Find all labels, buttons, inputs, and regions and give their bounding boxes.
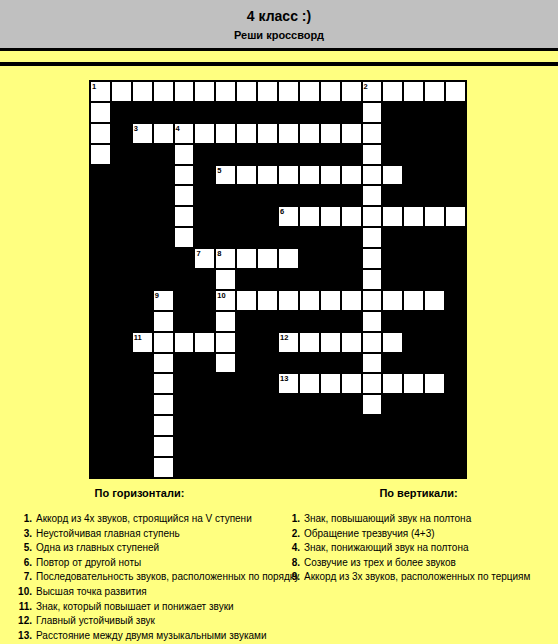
block-cell <box>111 227 132 248</box>
block-cell <box>278 436 299 457</box>
cell-number: 8 <box>217 249 221 258</box>
cell-r2c10[interactable] <box>299 123 320 144</box>
cell-number: 6 <box>280 207 284 216</box>
cell-r11c6[interactable] <box>215 311 236 332</box>
cell-r14c9[interactable]: 13 <box>278 373 299 394</box>
block-cell <box>320 269 341 290</box>
cell-r6c9[interactable]: 6 <box>278 206 299 227</box>
block-cell <box>299 436 320 457</box>
block-cell <box>174 290 195 311</box>
cell-r8c7[interactable] <box>236 248 257 269</box>
cell-r13c3[interactable] <box>153 353 174 374</box>
block-cell <box>382 248 403 269</box>
block-cell <box>320 185 341 206</box>
block-cell <box>153 144 174 165</box>
block-cell <box>111 102 132 123</box>
block-cell <box>403 332 424 353</box>
clue-number-label: 11. <box>11 600 32 615</box>
block-cell <box>111 311 132 332</box>
cell-r0c8[interactable] <box>257 81 278 102</box>
block-cell <box>111 394 132 415</box>
block-cell <box>194 436 215 457</box>
block-cell <box>299 269 320 290</box>
cell-r0c1[interactable] <box>111 81 132 102</box>
cell-r0c7[interactable] <box>236 81 257 102</box>
cell-r12c10[interactable] <box>299 332 320 353</box>
cell-r12c2[interactable]: 11 <box>132 332 153 353</box>
cell-r2c0[interactable] <box>90 123 111 144</box>
block-cell <box>132 165 153 186</box>
block-cell <box>341 457 362 478</box>
block-cell <box>111 206 132 227</box>
block-cell <box>341 415 362 436</box>
cell-number: 10 <box>217 291 225 300</box>
block-cell <box>215 206 236 227</box>
cell-r1c0[interactable] <box>90 102 111 123</box>
cell-r10c7[interactable] <box>236 290 257 311</box>
cell-r3c13[interactable] <box>362 144 383 165</box>
block-cell <box>445 269 466 290</box>
block-cell <box>153 227 174 248</box>
cell-r10c6[interactable]: 10 <box>215 290 236 311</box>
block-cell <box>194 394 215 415</box>
header: 4 класс :) Реши кроссворд <box>0 0 558 51</box>
cell-r14c11[interactable] <box>320 373 341 394</box>
cell-r2c4[interactable]: 4 <box>174 123 195 144</box>
cell-r2c11[interactable] <box>320 123 341 144</box>
block-cell <box>382 436 403 457</box>
cell-r16c3[interactable] <box>153 415 174 436</box>
clue-text: Высшая точка развития <box>32 586 147 597</box>
block-cell <box>90 436 111 457</box>
block-cell <box>194 373 215 394</box>
clue-number-label: 4. <box>286 541 300 556</box>
cell-r17c3[interactable] <box>153 436 174 457</box>
block-cell <box>320 457 341 478</box>
block-cell <box>236 102 257 123</box>
block-cell <box>132 185 153 206</box>
cell-r18c3[interactable] <box>153 457 174 478</box>
block-cell <box>445 311 466 332</box>
cell-r0c11[interactable] <box>320 81 341 102</box>
block-cell <box>90 227 111 248</box>
cell-r10c8[interactable] <box>257 290 278 311</box>
block-cell <box>215 394 236 415</box>
cell-r0c10[interactable] <box>299 81 320 102</box>
block-cell <box>257 373 278 394</box>
block-cell <box>153 185 174 206</box>
block-cell <box>90 185 111 206</box>
cell-r6c11[interactable] <box>320 206 341 227</box>
cell-r8c8[interactable] <box>257 248 278 269</box>
cell-r10c9[interactable] <box>278 290 299 311</box>
block-cell <box>215 457 236 478</box>
cell-r2c5[interactable] <box>194 123 215 144</box>
block-cell <box>403 353 424 374</box>
block-cell <box>132 206 153 227</box>
block-cell <box>257 353 278 374</box>
cell-r6c12[interactable] <box>341 206 362 227</box>
block-cell <box>215 102 236 123</box>
block-cell <box>299 457 320 478</box>
block-cell <box>299 102 320 123</box>
block-cell <box>445 248 466 269</box>
page-subtitle: Реши кроссворд <box>0 29 558 41</box>
block-cell <box>341 394 362 415</box>
cell-r0c16[interactable] <box>424 81 445 102</box>
block-cell <box>382 123 403 144</box>
block-cell <box>194 353 215 374</box>
clue-number-label: 13. <box>11 629 32 644</box>
cell-r4c9[interactable] <box>278 165 299 186</box>
cell-r7c4[interactable] <box>174 227 195 248</box>
cell-r10c14[interactable] <box>382 290 403 311</box>
cell-r5c13[interactable] <box>362 185 383 206</box>
block-cell <box>132 415 153 436</box>
cell-r12c12[interactable] <box>341 332 362 353</box>
cell-r11c3[interactable] <box>153 311 174 332</box>
block-cell <box>194 290 215 311</box>
block-cell <box>445 415 466 436</box>
cell-r4c13[interactable] <box>362 165 383 186</box>
cell-r6c16[interactable] <box>424 206 445 227</box>
block-cell <box>153 269 174 290</box>
cell-r0c12[interactable] <box>341 81 362 102</box>
block-cell <box>90 248 111 269</box>
clue-number-label: 10. <box>11 585 32 600</box>
block-cell <box>236 332 257 353</box>
cell-r0c15[interactable] <box>403 81 424 102</box>
cell-r0c14[interactable] <box>382 81 403 102</box>
cell-r14c10[interactable] <box>299 373 320 394</box>
clues-section: По горизонтали: 1.Аккорд из 4х звуков, с… <box>0 487 558 643</box>
cell-r2c3[interactable] <box>153 123 174 144</box>
clue-number-label: 3. <box>11 527 32 542</box>
block-cell <box>194 144 215 165</box>
block-cell <box>278 102 299 123</box>
block-cell <box>111 332 132 353</box>
cell-r10c13[interactable] <box>362 290 383 311</box>
cell-r8c9[interactable] <box>278 248 299 269</box>
cell-r14c12[interactable] <box>341 373 362 394</box>
cell-r4c12[interactable] <box>341 165 362 186</box>
block-cell <box>174 102 195 123</box>
cell-r10c12[interactable] <box>341 290 362 311</box>
block-cell <box>257 311 278 332</box>
block-cell <box>424 269 445 290</box>
block-cell <box>257 185 278 206</box>
page-title: 4 класс :) <box>0 0 558 24</box>
block-cell <box>403 144 424 165</box>
block-cell <box>299 415 320 436</box>
block-cell <box>382 457 403 478</box>
block-cell <box>299 185 320 206</box>
cell-r2c9[interactable] <box>278 123 299 144</box>
cell-r0c4[interactable] <box>174 81 195 102</box>
clue-down-4: 4.Знак, понижающий звук на полтона <box>279 541 558 556</box>
block-cell <box>194 165 215 186</box>
cell-r7c13[interactable] <box>362 227 383 248</box>
cell-r10c11[interactable] <box>320 290 341 311</box>
block-cell <box>215 436 236 457</box>
block-cell <box>445 185 466 206</box>
block-cell <box>445 373 466 394</box>
cell-r4c6[interactable]: 5 <box>215 165 236 186</box>
cell-r11c13[interactable] <box>362 311 383 332</box>
cell-number: 11 <box>134 333 142 342</box>
clue-text: Неустойчивая главная ступень <box>32 528 180 539</box>
clue-down-8: 8.Созвучие из трех и более звуков <box>279 556 558 571</box>
block-cell <box>320 248 341 269</box>
cell-r14c13[interactable] <box>362 373 383 394</box>
cell-r14c15[interactable] <box>403 373 424 394</box>
clue-across-1: 1.Аккорд из 4х звуков, строящийся на V с… <box>0 512 279 527</box>
block-cell <box>132 353 153 374</box>
block-cell <box>132 144 153 165</box>
block-cell <box>257 415 278 436</box>
cell-r9c6[interactable] <box>215 269 236 290</box>
block-cell <box>278 394 299 415</box>
block-cell <box>382 269 403 290</box>
block-cell <box>382 144 403 165</box>
block-cell <box>278 457 299 478</box>
cell-r14c16[interactable] <box>424 373 445 394</box>
block-cell <box>445 123 466 144</box>
block-cell <box>257 206 278 227</box>
clue-text: Аккорд из 4х звуков, строящийся на V сту… <box>32 513 252 524</box>
cell-r13c13[interactable] <box>362 353 383 374</box>
block-cell <box>403 227 424 248</box>
block-cell <box>194 102 215 123</box>
cell-r14c14[interactable] <box>382 373 403 394</box>
block-cell <box>90 311 111 332</box>
cell-r0c17[interactable] <box>445 81 466 102</box>
cell-r4c4[interactable] <box>174 165 195 186</box>
block-cell <box>236 353 257 374</box>
cell-r2c6[interactable] <box>215 123 236 144</box>
block-cell <box>320 227 341 248</box>
block-cell <box>90 290 111 311</box>
block-cell <box>236 144 257 165</box>
block-cell <box>132 373 153 394</box>
cell-r6c10[interactable] <box>299 206 320 227</box>
block-cell <box>382 311 403 332</box>
cell-r8c6[interactable]: 8 <box>215 248 236 269</box>
block-cell <box>236 415 257 436</box>
block-cell <box>174 353 195 374</box>
block-cell <box>236 457 257 478</box>
block-cell <box>174 269 195 290</box>
block-cell <box>403 415 424 436</box>
block-cell <box>299 353 320 374</box>
block-cell <box>403 436 424 457</box>
block-cell <box>194 415 215 436</box>
block-cell <box>257 436 278 457</box>
block-cell <box>215 415 236 436</box>
cell-r12c3[interactable] <box>153 332 174 353</box>
block-cell <box>424 311 445 332</box>
block-cell <box>153 248 174 269</box>
block-cell <box>174 436 195 457</box>
block-cell <box>403 394 424 415</box>
block-cell <box>445 394 466 415</box>
cell-r15c3[interactable] <box>153 394 174 415</box>
block-cell <box>194 185 215 206</box>
cell-r4c7[interactable] <box>236 165 257 186</box>
block-cell <box>278 227 299 248</box>
block-cell <box>424 123 445 144</box>
clue-across-5: 5.Одна из главных ступеней <box>0 541 279 556</box>
block-cell <box>236 185 257 206</box>
cell-r4c10[interactable] <box>299 165 320 186</box>
block-cell <box>257 332 278 353</box>
block-cell <box>111 436 132 457</box>
cell-r10c10[interactable] <box>299 290 320 311</box>
cell-r12c9[interactable]: 12 <box>278 332 299 353</box>
block-cell <box>174 394 195 415</box>
cell-r15c13[interactable] <box>362 394 383 415</box>
block-cell <box>445 457 466 478</box>
cell-r4c11[interactable] <box>320 165 341 186</box>
cell-r4c8[interactable] <box>257 165 278 186</box>
block-cell <box>320 415 341 436</box>
cell-number: 7 <box>196 249 200 258</box>
cell-r10c3[interactable]: 9 <box>153 290 174 311</box>
cell-r0c0[interactable]: 1 <box>90 81 111 102</box>
block-cell <box>424 165 445 186</box>
block-cell <box>111 353 132 374</box>
clue-number-label: 7. <box>11 570 32 585</box>
block-cell <box>215 373 236 394</box>
block-cell <box>111 165 132 186</box>
crossword-grid: 12345678910111213 <box>89 80 467 479</box>
clue-across-13: 13.Расстояние между двумя музыкальными з… <box>0 629 279 644</box>
clue-across-12: 12.Главный устойчивый звук <box>0 614 279 629</box>
cell-r2c8[interactable] <box>257 123 278 144</box>
block-cell <box>194 311 215 332</box>
cell-r2c7[interactable] <box>236 123 257 144</box>
block-cell <box>236 436 257 457</box>
block-cell <box>424 227 445 248</box>
cell-r9c13[interactable] <box>362 269 383 290</box>
cell-r6c4[interactable] <box>174 206 195 227</box>
block-cell <box>132 102 153 123</box>
clue-number-label: 2. <box>286 527 300 542</box>
clue-down-1: 1.Знак, повышающий звук на полтона <box>279 512 558 527</box>
across-heading: По горизонтали: <box>0 487 279 499</box>
block-cell <box>153 165 174 186</box>
cell-r0c6[interactable] <box>215 81 236 102</box>
block-cell <box>341 353 362 374</box>
cell-number: 12 <box>280 333 288 342</box>
cell-r10c15[interactable] <box>403 290 424 311</box>
block-cell <box>111 248 132 269</box>
block-cell <box>320 311 341 332</box>
block-cell <box>236 269 257 290</box>
clue-text: Знак, понижающий звук на полтона <box>300 542 468 553</box>
block-cell <box>257 227 278 248</box>
block-cell <box>299 394 320 415</box>
across-clues-list: 1.Аккорд из 4х звуков, строящийся на V с… <box>0 512 279 643</box>
block-cell <box>320 102 341 123</box>
cell-r5c4[interactable] <box>174 185 195 206</box>
cell-r3c4[interactable] <box>174 144 195 165</box>
cell-r12c6[interactable] <box>215 332 236 353</box>
block-cell <box>90 332 111 353</box>
block-cell <box>382 185 403 206</box>
cell-r14c3[interactable] <box>153 373 174 394</box>
block-cell <box>299 311 320 332</box>
clue-across-6: 6.Повтор от другой ноты <box>0 556 279 571</box>
cell-r12c4[interactable] <box>174 332 195 353</box>
cell-r12c11[interactable] <box>320 332 341 353</box>
cell-r13c6[interactable] <box>215 353 236 374</box>
cell-r6c13[interactable] <box>362 206 383 227</box>
cell-r2c13[interactable] <box>362 123 383 144</box>
cell-r1c13[interactable] <box>362 102 383 123</box>
cell-r0c5[interactable] <box>194 81 215 102</box>
block-cell <box>341 227 362 248</box>
block-cell <box>299 248 320 269</box>
cell-r0c9[interactable] <box>278 81 299 102</box>
block-cell <box>111 123 132 144</box>
clue-text: Обращение трезвучия (4+3) <box>300 528 435 539</box>
block-cell <box>382 102 403 123</box>
clue-number-label: 6. <box>11 556 32 571</box>
cell-r10c16[interactable] <box>424 290 445 311</box>
clue-number-label: 1. <box>11 512 32 527</box>
block-cell <box>257 394 278 415</box>
cell-r12c5[interactable] <box>194 332 215 353</box>
block-cell <box>424 457 445 478</box>
clue-across-11: 11.Знак, который повышает и понижает зву… <box>0 600 279 615</box>
block-cell <box>215 185 236 206</box>
block-cell <box>424 185 445 206</box>
clue-text: Повтор от другой ноты <box>32 557 141 568</box>
cell-r8c13[interactable] <box>362 248 383 269</box>
cell-r4c14[interactable] <box>382 165 403 186</box>
block-cell <box>236 311 257 332</box>
block-cell <box>90 394 111 415</box>
cell-r6c14[interactable] <box>382 206 403 227</box>
block-cell <box>341 311 362 332</box>
block-cell <box>424 248 445 269</box>
clue-text: Одна из главных ступеней <box>32 542 159 553</box>
cell-r0c13[interactable]: 2 <box>362 81 383 102</box>
cell-r3c0[interactable] <box>90 144 111 165</box>
block-cell <box>174 248 195 269</box>
cell-r0c2[interactable] <box>132 81 153 102</box>
block-cell <box>153 206 174 227</box>
cell-r8c5[interactable]: 7 <box>194 248 215 269</box>
cell-r12c14[interactable] <box>382 332 403 353</box>
cell-r2c12[interactable] <box>341 123 362 144</box>
block-cell <box>174 457 195 478</box>
block-cell <box>341 248 362 269</box>
block-cell <box>403 165 424 186</box>
cell-r6c15[interactable] <box>403 206 424 227</box>
block-cell <box>215 144 236 165</box>
block-cell <box>278 269 299 290</box>
block-cell <box>362 436 383 457</box>
block-cell <box>341 102 362 123</box>
block-cell <box>278 415 299 436</box>
cell-r2c2[interactable]: 3 <box>132 123 153 144</box>
cell-r0c3[interactable] <box>153 81 174 102</box>
block-cell <box>132 436 153 457</box>
cell-r12c13[interactable] <box>362 332 383 353</box>
cell-r6c17[interactable] <box>445 206 466 227</box>
